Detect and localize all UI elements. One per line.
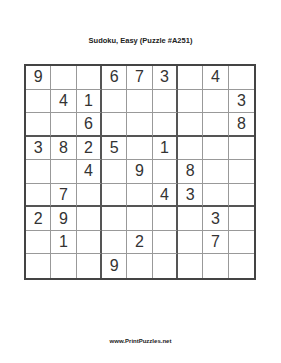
footer-url: www.PrintPuzzles.net bbox=[0, 338, 281, 344]
sudoku-cell-r6c6[interactable]: 4 bbox=[153, 184, 178, 208]
sudoku-cell-r9c5[interactable] bbox=[127, 254, 152, 278]
sudoku-cell-r6c7[interactable]: 3 bbox=[178, 184, 203, 208]
sudoku-cell-r1c5[interactable]: 7 bbox=[127, 66, 152, 90]
sudoku-cell-r2c6[interactable] bbox=[153, 90, 178, 114]
sudoku-cell-r6c1[interactable] bbox=[26, 184, 51, 208]
sudoku-cell-r3c1[interactable] bbox=[26, 113, 51, 137]
sudoku-cell-r4c7[interactable] bbox=[178, 137, 203, 161]
sudoku-cell-r1c7[interactable] bbox=[178, 66, 203, 90]
sudoku-cell-r8c5[interactable]: 2 bbox=[127, 231, 152, 255]
sudoku-cell-r9c7[interactable] bbox=[178, 254, 203, 278]
sudoku-cell-r4c4[interactable]: 5 bbox=[102, 137, 127, 161]
sudoku-cell-r4c5[interactable] bbox=[127, 137, 152, 161]
sudoku-cell-r2c3[interactable]: 1 bbox=[77, 90, 102, 114]
sudoku-cell-r8c1[interactable] bbox=[26, 231, 51, 255]
sudoku-cell-r9c4[interactable]: 9 bbox=[102, 254, 127, 278]
sudoku-cell-r1c4[interactable]: 6 bbox=[102, 66, 127, 90]
sudoku-cell-r5c5[interactable]: 9 bbox=[127, 160, 152, 184]
sudoku-cell-r1c6[interactable]: 3 bbox=[153, 66, 178, 90]
sudoku-cell-r6c8[interactable] bbox=[203, 184, 228, 208]
sudoku-cell-r2c7[interactable] bbox=[178, 90, 203, 114]
sudoku-cell-r6c9[interactable] bbox=[229, 184, 254, 208]
sudoku-cell-r1c9[interactable] bbox=[229, 66, 254, 90]
sudoku-cell-r3c9[interactable]: 8 bbox=[229, 113, 254, 137]
sudoku-cell-r9c6[interactable] bbox=[153, 254, 178, 278]
sudoku-cell-r4c3[interactable]: 2 bbox=[77, 137, 102, 161]
sudoku-cell-r9c1[interactable] bbox=[26, 254, 51, 278]
sudoku-cell-r3c5[interactable] bbox=[127, 113, 152, 137]
sudoku-cell-r1c2[interactable] bbox=[51, 66, 76, 90]
sudoku-cell-r5c7[interactable]: 8 bbox=[178, 160, 203, 184]
sudoku-cell-r5c4[interactable] bbox=[102, 160, 127, 184]
sudoku-cell-r8c2[interactable]: 1 bbox=[51, 231, 76, 255]
sudoku-cell-r9c8[interactable] bbox=[203, 254, 228, 278]
sudoku-cell-r5c1[interactable] bbox=[26, 160, 51, 184]
sudoku-cell-r7c4[interactable] bbox=[102, 207, 127, 231]
puzzle-title: Sudoku, Easy (Puzzle #A251) bbox=[0, 36, 281, 45]
sudoku-cell-r4c2[interactable]: 8 bbox=[51, 137, 76, 161]
sudoku-cell-r7c3[interactable] bbox=[77, 207, 102, 231]
sudoku-cell-r7c6[interactable] bbox=[153, 207, 178, 231]
sudoku-cell-r5c6[interactable] bbox=[153, 160, 178, 184]
sudoku-cell-r8c6[interactable] bbox=[153, 231, 178, 255]
sudoku-cell-r2c2[interactable]: 4 bbox=[51, 90, 76, 114]
sudoku-cell-r9c3[interactable] bbox=[77, 254, 102, 278]
sudoku-cell-r3c4[interactable] bbox=[102, 113, 127, 137]
sudoku-cell-r5c3[interactable]: 4 bbox=[77, 160, 102, 184]
sudoku-cell-r5c9[interactable] bbox=[229, 160, 254, 184]
sudoku-cell-r2c1[interactable] bbox=[26, 90, 51, 114]
sudoku-cell-r6c2[interactable]: 7 bbox=[51, 184, 76, 208]
sudoku-cell-r8c3[interactable] bbox=[77, 231, 102, 255]
sudoku-cell-r7c1[interactable]: 2 bbox=[26, 207, 51, 231]
sudoku-cell-r3c7[interactable] bbox=[178, 113, 203, 137]
sudoku-cell-r9c2[interactable] bbox=[51, 254, 76, 278]
sudoku-cell-r2c9[interactable]: 3 bbox=[229, 90, 254, 114]
sudoku-cell-r2c5[interactable] bbox=[127, 90, 152, 114]
sudoku-cell-r7c8[interactable]: 3 bbox=[203, 207, 228, 231]
sudoku-cell-r8c8[interactable]: 7 bbox=[203, 231, 228, 255]
sudoku-cell-r4c1[interactable]: 3 bbox=[26, 137, 51, 161]
sudoku-cell-r6c5[interactable] bbox=[127, 184, 152, 208]
sudoku-cell-r6c4[interactable] bbox=[102, 184, 127, 208]
sudoku-cell-r8c9[interactable] bbox=[229, 231, 254, 255]
sudoku-cell-r8c7[interactable] bbox=[178, 231, 203, 255]
sudoku-cell-r2c4[interactable] bbox=[102, 90, 127, 114]
sudoku-cell-r4c9[interactable] bbox=[229, 137, 254, 161]
sudoku-cell-r6c3[interactable] bbox=[77, 184, 102, 208]
sudoku-cell-r7c9[interactable] bbox=[229, 207, 254, 231]
sudoku-cell-r3c8[interactable] bbox=[203, 113, 228, 137]
sudoku-cell-r5c8[interactable] bbox=[203, 160, 228, 184]
sudoku-cell-r1c1[interactable]: 9 bbox=[26, 66, 51, 90]
sudoku-cell-r3c2[interactable] bbox=[51, 113, 76, 137]
sudoku-cell-r4c8[interactable] bbox=[203, 137, 228, 161]
sudoku-cell-r7c7[interactable] bbox=[178, 207, 203, 231]
sudoku-cell-r2c8[interactable] bbox=[203, 90, 228, 114]
sudoku-cell-r7c2[interactable]: 9 bbox=[51, 207, 76, 231]
sudoku-board: 9673441368382514987432931279 bbox=[24, 64, 256, 280]
sudoku-cell-r1c3[interactable] bbox=[77, 66, 102, 90]
sudoku-cell-r3c3[interactable]: 6 bbox=[77, 113, 102, 137]
puzzle-page: Sudoku, Easy (Puzzle #A251) 967344136838… bbox=[0, 0, 281, 363]
sudoku-cell-r7c5[interactable] bbox=[127, 207, 152, 231]
sudoku-cell-r9c9[interactable] bbox=[229, 254, 254, 278]
sudoku-cell-r8c4[interactable] bbox=[102, 231, 127, 255]
sudoku-cell-r5c2[interactable] bbox=[51, 160, 76, 184]
sudoku-cell-r1c8[interactable]: 4 bbox=[203, 66, 228, 90]
sudoku-cell-r4c6[interactable]: 1 bbox=[153, 137, 178, 161]
sudoku-cell-r3c6[interactable] bbox=[153, 113, 178, 137]
